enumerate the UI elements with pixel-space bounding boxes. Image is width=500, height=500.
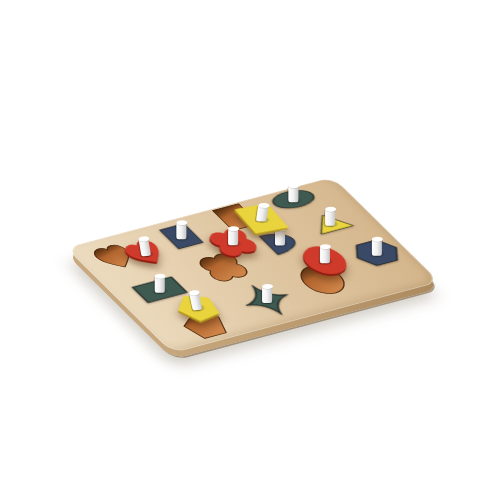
peg-handle[interactable] bbox=[262, 286, 272, 303]
peg-handle[interactable] bbox=[320, 246, 330, 263]
piece-teal-star[interactable] bbox=[231, 279, 304, 320]
peg-cap bbox=[138, 236, 149, 242]
peg-handle[interactable] bbox=[288, 185, 298, 202]
peg-cap bbox=[228, 226, 239, 231]
peg-cap bbox=[319, 244, 330, 249]
piece-yellow-triangle[interactable] bbox=[304, 210, 356, 236]
board-3d-wrap bbox=[66, 177, 439, 353]
piece-navy-square[interactable] bbox=[157, 222, 206, 251]
peg-cap bbox=[288, 183, 299, 188]
piece-navy-hexagon[interactable] bbox=[344, 235, 409, 270]
peg-cap bbox=[154, 273, 165, 278]
peg-cap bbox=[258, 202, 270, 207]
peg-cap bbox=[176, 220, 187, 225]
peg-cap bbox=[371, 236, 382, 241]
puzzle-board bbox=[66, 177, 439, 353]
peg-handle[interactable] bbox=[176, 222, 186, 239]
peg-cap bbox=[262, 283, 273, 288]
peg-cap bbox=[188, 289, 200, 295]
peg-handle[interactable] bbox=[228, 228, 238, 245]
peg-handle[interactable] bbox=[372, 239, 382, 256]
peg-handle[interactable] bbox=[155, 276, 165, 293]
scene bbox=[0, 0, 500, 500]
peg-handle[interactable] bbox=[325, 209, 335, 226]
peg-cap bbox=[325, 206, 336, 211]
